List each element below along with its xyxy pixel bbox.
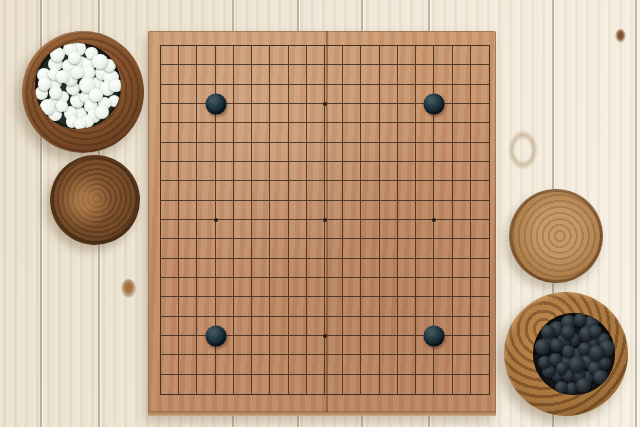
grid-cell: [234, 65, 252, 84]
grid-cell: [216, 220, 234, 239]
grid-cell: [270, 104, 288, 123]
grid-cell: [234, 239, 252, 258]
grid-cell: [398, 181, 416, 200]
grid-cell: [471, 278, 489, 297]
grid-cell: [471, 239, 489, 258]
grid-cell: [252, 162, 270, 181]
grid-cell: [252, 123, 270, 142]
grid-cell: [307, 355, 325, 374]
grid-cell: [216, 239, 234, 258]
grid-cell: [380, 123, 398, 142]
grid-cell: [361, 259, 379, 278]
black-bowl-stone: [589, 345, 605, 361]
grid-cell: [434, 65, 452, 84]
grid-cell: [325, 220, 343, 239]
grid-cell: [252, 220, 270, 239]
grid-cell: [216, 278, 234, 297]
grid-cell: [252, 278, 270, 297]
grid-cell: [307, 143, 325, 162]
grid-cell: [380, 143, 398, 162]
goban-grid: [160, 45, 490, 395]
black-stone: [424, 94, 445, 115]
grid-cell: [252, 85, 270, 104]
grid-cell: [361, 336, 379, 355]
grid-cell: [343, 239, 361, 258]
grid-cell: [471, 46, 489, 65]
grid-cell: [434, 220, 452, 239]
grid-cell: [307, 104, 325, 123]
grid-cell: [252, 336, 270, 355]
grid-cell: [270, 201, 288, 220]
grid-cell: [270, 278, 288, 297]
grid-cell: [197, 123, 215, 142]
grid-cell: [343, 201, 361, 220]
grid-cell: [161, 259, 179, 278]
grid-cell: [234, 143, 252, 162]
grid-cell: [234, 123, 252, 142]
grid-cell: [179, 220, 197, 239]
grid-cell: [307, 181, 325, 200]
grid-cell: [416, 65, 434, 84]
grid-cell: [453, 65, 471, 84]
grid-cell: [471, 355, 489, 374]
grid-cell: [216, 46, 234, 65]
wood-knot: [615, 29, 626, 43]
grid-cell: [380, 239, 398, 258]
grid-cell: [234, 104, 252, 123]
grid-cell: [307, 297, 325, 316]
star-point: [214, 218, 218, 222]
grid-cell: [453, 375, 471, 394]
grid-cell: [398, 123, 416, 142]
bowl-lid-left: [50, 155, 140, 245]
grid-cell: [416, 46, 434, 65]
grid-cell: [416, 220, 434, 239]
grid-cell: [252, 297, 270, 316]
grid-cell: [289, 104, 307, 123]
go-set-photo: [0, 0, 640, 427]
grid-cell: [179, 104, 197, 123]
grid-cell: [453, 201, 471, 220]
grid-cell: [216, 162, 234, 181]
grid-cell: [416, 162, 434, 181]
grid-cell: [343, 162, 361, 181]
grid-cell: [343, 336, 361, 355]
grid-cell: [453, 220, 471, 239]
grid-cell: [416, 143, 434, 162]
grid-cell: [216, 65, 234, 84]
black-bowl-stone: [593, 370, 608, 385]
grid-cell: [234, 317, 252, 336]
black-bowl-stone: [535, 339, 551, 355]
grid-cell: [216, 259, 234, 278]
grid-cell: [216, 355, 234, 374]
grid-cell: [197, 239, 215, 258]
grid-cell: [361, 85, 379, 104]
grid-cell: [179, 239, 197, 258]
grid-cell: [398, 104, 416, 123]
wood-knot: [121, 279, 136, 298]
grid-cell: [343, 297, 361, 316]
grid-cell: [416, 375, 434, 394]
black-stone-bowl: [504, 292, 628, 416]
star-point: [323, 218, 327, 222]
grid-cell: [289, 297, 307, 316]
grid-cell: [307, 336, 325, 355]
grid-cell: [270, 259, 288, 278]
grid-cell: [398, 239, 416, 258]
grid-cell: [252, 201, 270, 220]
grid-cell: [307, 278, 325, 297]
grid-cell: [325, 46, 343, 65]
black-bowl-opening: [533, 313, 615, 395]
grid-cell: [471, 162, 489, 181]
grid-cell: [361, 201, 379, 220]
grid-cell: [179, 355, 197, 374]
grid-cell: [289, 46, 307, 65]
grid-cell: [197, 201, 215, 220]
black-stone: [424, 326, 445, 347]
grid-cell: [252, 181, 270, 200]
black-bowl-stone: [561, 325, 575, 339]
grid-cell: [252, 143, 270, 162]
grid-cell: [179, 46, 197, 65]
grid-cell: [234, 336, 252, 355]
grid-cell: [380, 297, 398, 316]
grid-cell: [289, 181, 307, 200]
grid-cell: [270, 143, 288, 162]
black-bowl-stone: [589, 325, 602, 338]
grid-cell: [434, 201, 452, 220]
black-stone: [205, 94, 226, 115]
grid-cell: [197, 297, 215, 316]
grid-cell: [289, 85, 307, 104]
grid-cell: [197, 375, 215, 394]
grid-cell: [179, 181, 197, 200]
white-bowl-stone: [40, 99, 55, 114]
grid-cell: [398, 297, 416, 316]
grid-cell: [361, 375, 379, 394]
grid-cell: [398, 259, 416, 278]
grid-cell: [270, 162, 288, 181]
grid-cell: [289, 355, 307, 374]
grid-cell: [416, 278, 434, 297]
grid-cell: [434, 239, 452, 258]
grid-cell: [453, 239, 471, 258]
grid-cell: [416, 355, 434, 374]
grid-cell: [453, 181, 471, 200]
grid-cell: [197, 143, 215, 162]
grid-cell: [197, 355, 215, 374]
grid-cell: [453, 143, 471, 162]
grid-cell: [252, 65, 270, 84]
grid-cell: [434, 297, 452, 316]
grid-cell: [197, 162, 215, 181]
grid-cell: [234, 46, 252, 65]
grid-cell: [453, 123, 471, 142]
grid-cell: [252, 317, 270, 336]
grid-cell: [398, 317, 416, 336]
grid-cell: [380, 181, 398, 200]
bowl-lid-right: [509, 189, 603, 283]
grid-cell: [361, 104, 379, 123]
grid-cell: [453, 278, 471, 297]
grid-cell: [161, 85, 179, 104]
white-bowl-opening: [35, 43, 121, 129]
grid-cell: [234, 85, 252, 104]
grid-cell: [453, 46, 471, 65]
grid-cell: [471, 65, 489, 84]
grid-cell: [380, 355, 398, 374]
grid-cell: [361, 46, 379, 65]
grid-cell: [179, 162, 197, 181]
grid-cell: [361, 355, 379, 374]
black-bowl-stone: [555, 381, 568, 394]
grid-cell: [361, 65, 379, 84]
grid-cell: [416, 123, 434, 142]
grid-cell: [343, 123, 361, 142]
grid-cell: [434, 123, 452, 142]
grid-cell: [234, 259, 252, 278]
grid-cell: [434, 259, 452, 278]
white-bowl-stone: [68, 51, 81, 64]
grid-cell: [289, 239, 307, 258]
grid-cell: [197, 46, 215, 65]
grid-cell: [471, 143, 489, 162]
grid-cell: [380, 65, 398, 84]
grid-cell: [453, 104, 471, 123]
grid-cell: [434, 181, 452, 200]
grid-cell: [398, 375, 416, 394]
grid-cell: [216, 123, 234, 142]
white-bowl-stone: [109, 79, 121, 92]
grid-cell: [325, 104, 343, 123]
grid-cell: [325, 181, 343, 200]
grid-cell: [179, 336, 197, 355]
grid-cell: [380, 375, 398, 394]
grid-cell: [179, 65, 197, 84]
grid-cell: [325, 123, 343, 142]
grid-cell: [161, 143, 179, 162]
grid-cell: [307, 123, 325, 142]
grid-cell: [416, 201, 434, 220]
grid-cell: [361, 278, 379, 297]
grid-cell: [380, 278, 398, 297]
grid-cell: [453, 259, 471, 278]
grid-cell: [380, 259, 398, 278]
grid-cell: [289, 143, 307, 162]
star-point: [323, 102, 327, 106]
white-bowl-stone: [56, 70, 69, 83]
grid-cell: [361, 317, 379, 336]
grid-cell: [270, 239, 288, 258]
grid-cell: [398, 46, 416, 65]
grid-cell: [343, 85, 361, 104]
grid-cell: [270, 317, 288, 336]
grid-cell: [361, 239, 379, 258]
white-stone-bowl: [22, 31, 144, 153]
grid-cell: [234, 297, 252, 316]
grid-cell: [161, 123, 179, 142]
grid-cell: [361, 162, 379, 181]
grid-cell: [252, 239, 270, 258]
grid-cell: [307, 201, 325, 220]
grid-cell: [270, 220, 288, 239]
grid-cell: [380, 220, 398, 239]
grid-cell: [398, 278, 416, 297]
grid-cell: [252, 46, 270, 65]
grid-cell: [161, 162, 179, 181]
grid-cell: [453, 336, 471, 355]
grid-cell: [252, 259, 270, 278]
grid-cell: [307, 162, 325, 181]
grid-cell: [325, 65, 343, 84]
grid-cell: [270, 355, 288, 374]
grid-cell: [161, 355, 179, 374]
grid-cell: [270, 375, 288, 394]
grid-cell: [234, 181, 252, 200]
grid-cell: [216, 375, 234, 394]
grid-cell: [252, 104, 270, 123]
grid-cell: [307, 85, 325, 104]
grid-cell: [471, 123, 489, 142]
grid-cell: [216, 143, 234, 162]
white-bowl-stone: [92, 54, 107, 69]
grid-cell: [380, 336, 398, 355]
grid-cell: [179, 297, 197, 316]
grid-cell: [434, 143, 452, 162]
grid-cell: [398, 220, 416, 239]
grid-cell: [343, 375, 361, 394]
grid-cell: [179, 123, 197, 142]
grid-cell: [270, 123, 288, 142]
grid-cell: [307, 239, 325, 258]
grid-cell: [234, 220, 252, 239]
grid-cell: [343, 317, 361, 336]
grid-cell: [361, 220, 379, 239]
star-point: [323, 334, 327, 338]
grid-cell: [453, 297, 471, 316]
grid-cell: [361, 181, 379, 200]
grid-cell: [453, 317, 471, 336]
grid-cell: [161, 297, 179, 316]
grid-cell: [161, 104, 179, 123]
grid-cell: [343, 355, 361, 374]
grid-cell: [234, 278, 252, 297]
grid-cell: [434, 278, 452, 297]
grid-cell: [270, 65, 288, 84]
grid-cell: [343, 220, 361, 239]
grid-cell: [216, 181, 234, 200]
grid-cell: [307, 46, 325, 65]
grid-cell: [197, 278, 215, 297]
grid-cell: [343, 65, 361, 84]
white-bowl-stone: [89, 88, 102, 101]
grid-cell: [343, 143, 361, 162]
grid-cell: [434, 375, 452, 394]
grid-cell: [380, 201, 398, 220]
grid-cell: [270, 297, 288, 316]
white-bowl-stone: [74, 118, 86, 129]
grid-cell: [179, 375, 197, 394]
grid-cell: [307, 375, 325, 394]
grid-cell: [343, 259, 361, 278]
grid-cell: [234, 355, 252, 374]
grid-cell: [380, 46, 398, 65]
grid-cell: [161, 239, 179, 258]
grid-cell: [471, 201, 489, 220]
grid-cell: [434, 355, 452, 374]
grid-cell: [380, 162, 398, 181]
grid-cell: [398, 201, 416, 220]
grid-cell: [289, 123, 307, 142]
black-stone: [205, 326, 226, 347]
grid-cell: [179, 143, 197, 162]
wood-knot: [508, 130, 538, 170]
grid-cell: [289, 65, 307, 84]
grid-cell: [398, 143, 416, 162]
black-bowl-stone: [574, 313, 587, 326]
white-bowl-stone: [95, 105, 109, 119]
grid-cell: [216, 201, 234, 220]
grid-cell: [216, 297, 234, 316]
grid-cell: [161, 46, 179, 65]
grid-cell: [289, 162, 307, 181]
black-bowl-stone: [541, 325, 555, 339]
grid-cell: [325, 162, 343, 181]
plank-seam: [635, 0, 637, 427]
white-bowl-stone: [71, 66, 84, 79]
grid-cell: [361, 123, 379, 142]
grid-cell: [343, 104, 361, 123]
grid-cell: [161, 317, 179, 336]
grid-cell: [252, 375, 270, 394]
grid-cell: [179, 85, 197, 104]
black-bowl-stone: [556, 362, 569, 375]
grid-cell: [289, 220, 307, 239]
grid-cell: [234, 162, 252, 181]
grid-cell: [398, 162, 416, 181]
grid-cell: [270, 336, 288, 355]
grid-cell: [270, 181, 288, 200]
grid-cell: [416, 181, 434, 200]
grid-cell: [307, 65, 325, 84]
grid-cell: [197, 181, 215, 200]
grid-cell: [197, 259, 215, 278]
grid-cell: [471, 297, 489, 316]
grid-cell: [398, 355, 416, 374]
grid-cell: [325, 143, 343, 162]
grid-cell: [471, 220, 489, 239]
grid-cell: [252, 355, 270, 374]
white-bowl-stone: [49, 86, 62, 99]
grid-cell: [179, 278, 197, 297]
grid-cell: [197, 65, 215, 84]
go-board: [148, 31, 496, 416]
grid-cell: [325, 336, 343, 355]
grid-cell: [453, 162, 471, 181]
grid-cell: [361, 297, 379, 316]
grid-cell: [270, 46, 288, 65]
white-bowl-stone: [50, 47, 65, 62]
grid-cell: [398, 85, 416, 104]
grid-cell: [325, 259, 343, 278]
grid-cell: [416, 297, 434, 316]
grid-cell: [179, 317, 197, 336]
grid-cell: [343, 181, 361, 200]
grid-cell: [471, 259, 489, 278]
grid-cell: [289, 336, 307, 355]
